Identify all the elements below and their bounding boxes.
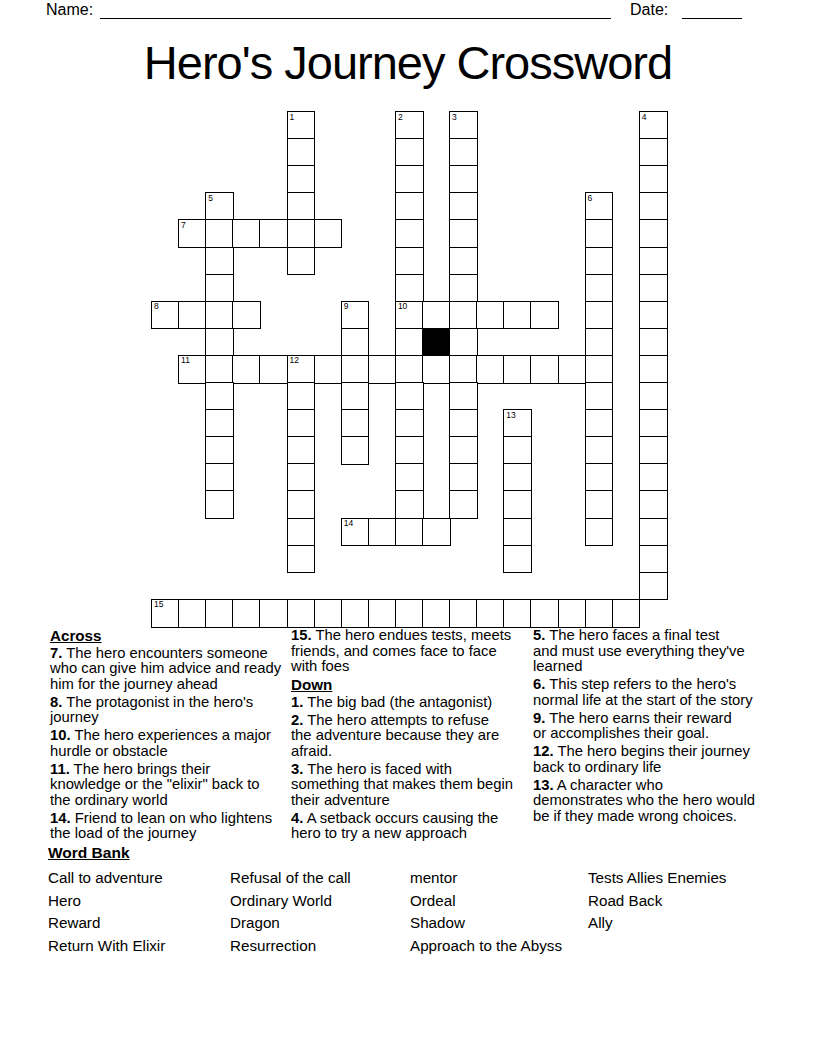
word-bank-item: Ordeal <box>410 890 562 913</box>
grid-cell[interactable] <box>449 490 478 519</box>
clue-number: 14. <box>50 810 71 826</box>
grid-cell[interactable] <box>585 382 614 411</box>
clue-down-13: 13. A character who demonstrates who the… <box>533 778 791 825</box>
clue-text: Friend to lean on who lightens the load … <box>50 810 272 842</box>
clue-across-8: 8. The protagonist in the hero's journey <box>50 695 298 726</box>
grid-cell[interactable] <box>259 219 288 248</box>
grid-cell[interactable] <box>287 138 316 167</box>
grid-cell[interactable] <box>585 436 614 465</box>
down-heading: Down <box>291 677 531 693</box>
grid-cell[interactable] <box>205 247 234 276</box>
grid-cell[interactable] <box>287 599 316 628</box>
across-heading: Across <box>50 628 298 644</box>
grid-cell[interactable] <box>449 463 478 492</box>
clue-number: 11. <box>50 761 70 777</box>
clue-down-2: 2. The hero attempts to refuse the adven… <box>291 713 531 760</box>
word-bank-item: Hero <box>48 890 165 913</box>
clues-column-2: 15. The hero endues tests, meets friends… <box>291 628 531 844</box>
grid-cell[interactable]: 1 <box>287 111 316 140</box>
grid-cell[interactable] <box>232 301 261 330</box>
grid-cell[interactable] <box>449 247 478 276</box>
grid-cell[interactable] <box>287 382 316 411</box>
word-bank-item: Shadow <box>410 912 562 935</box>
clue-text: The hero endues tests, meets friends, an… <box>291 627 511 674</box>
grid-cell[interactable] <box>287 165 316 194</box>
grid-cell[interactable] <box>205 463 234 492</box>
grid-cell[interactable] <box>639 409 668 438</box>
grid-cell[interactable] <box>395 355 424 384</box>
grid-cell[interactable] <box>639 436 668 465</box>
grid-cell[interactable] <box>178 599 207 628</box>
grid-cell[interactable] <box>639 355 668 384</box>
grid-cell[interactable]: 5 <box>205 192 234 221</box>
grid-cell[interactable] <box>639 518 668 547</box>
word-bank-heading: Word Bank <box>48 844 130 862</box>
grid-cell[interactable] <box>585 518 614 547</box>
grid-cell[interactable] <box>530 355 559 384</box>
grid-cell[interactable]: 15 <box>151 599 180 628</box>
grid-cell[interactable]: 8 <box>151 301 180 330</box>
grid-cell[interactable] <box>639 328 668 357</box>
grid-cell[interactable] <box>503 518 532 547</box>
grid-cell[interactable]: 10 <box>395 301 424 330</box>
grid-cell[interactable] <box>395 138 424 167</box>
grid-cell[interactable] <box>368 599 397 628</box>
grid-cell[interactable] <box>422 355 451 384</box>
clue-text: The hero attempts to refuse the adventur… <box>291 712 499 759</box>
cell-number: 1 <box>290 113 295 122</box>
grid-cell[interactable] <box>287 518 316 547</box>
grid-cell[interactable] <box>287 192 316 221</box>
grid-cell[interactable] <box>259 599 288 628</box>
grid-cell[interactable] <box>395 192 424 221</box>
clues-column-3: 5. The hero faces a final test and must … <box>533 628 791 827</box>
grid-cell[interactable] <box>395 165 424 194</box>
clue-number: 4. <box>291 810 303 826</box>
clue-across-10: 10. The hero experiences a major hurdle … <box>50 728 298 759</box>
grid-cell[interactable] <box>395 490 424 519</box>
clue-number: 3. <box>291 761 303 777</box>
word-bank-item: Return With Elixir <box>48 935 165 958</box>
clue-number: 8. <box>50 694 62 710</box>
grid-cell[interactable] <box>639 274 668 303</box>
black-cell <box>422 328 451 357</box>
cell-number: 12 <box>290 356 299 365</box>
grid-cell[interactable] <box>205 436 234 465</box>
word-bank-item: Call to adventure <box>48 867 165 890</box>
grid-cell[interactable] <box>639 192 668 221</box>
grid-cell[interactable]: 7 <box>178 219 207 248</box>
grid-cell[interactable] <box>449 436 478 465</box>
grid-cell[interactable] <box>503 463 532 492</box>
word-bank-item: Reward <box>48 912 165 935</box>
grid-cell[interactable] <box>558 599 587 628</box>
grid-cell[interactable] <box>314 599 343 628</box>
grid-cell[interactable] <box>395 274 424 303</box>
crossword-grid: 123456789101112131415 <box>151 111 668 628</box>
grid-cell[interactable] <box>585 490 614 519</box>
grid-cell[interactable] <box>422 301 451 330</box>
grid-cell[interactable] <box>287 247 316 276</box>
grid-cell[interactable]: 2 <box>395 111 424 140</box>
grid-cell[interactable] <box>205 355 234 384</box>
clue-number: 6. <box>533 676 545 692</box>
grid-cell[interactable] <box>287 409 316 438</box>
grid-cell[interactable] <box>205 274 234 303</box>
word-bank-item: Approach to the Abyss <box>410 935 562 958</box>
grid-cell[interactable] <box>639 490 668 519</box>
clue-number: 15. <box>291 627 312 643</box>
clue-down-12: 12. The hero begins their journey back t… <box>533 744 791 775</box>
grid-cell[interactable] <box>395 328 424 357</box>
grid-cell[interactable] <box>503 355 532 384</box>
grid-cell[interactable] <box>422 599 451 628</box>
clue-text: A character who demonstrates who the her… <box>533 777 755 824</box>
clue-down-6: 6. This step refers to the hero's normal… <box>533 677 791 708</box>
clue-text: The hero brings their knowledge or the "… <box>50 761 260 808</box>
grid-cell[interactable] <box>259 355 288 384</box>
cell-number: 14 <box>344 519 353 528</box>
grid-cell[interactable] <box>287 490 316 519</box>
grid-cell[interactable] <box>205 328 234 357</box>
grid-cell[interactable] <box>287 436 316 465</box>
grid-cell[interactable]: 13 <box>503 409 532 438</box>
word-bank-column: mentorOrdealShadowApproach to the Abyss <box>410 867 562 957</box>
name-blank-line[interactable] <box>100 0 611 19</box>
grid-cell[interactable] <box>612 599 641 628</box>
clue-number: 9. <box>533 710 545 726</box>
word-bank-item: Refusal of the call <box>230 867 351 890</box>
word-bank-column: Tests Allies EnemiesRoad BackAlly <box>588 867 726 935</box>
grid-cell[interactable] <box>395 518 424 547</box>
grid-cell[interactable] <box>341 436 370 465</box>
cell-number: 5 <box>208 194 213 203</box>
grid-cell[interactable] <box>585 463 614 492</box>
clue-down-4: 4. A setback occurs causing the hero to … <box>291 811 531 842</box>
grid-cell[interactable] <box>639 382 668 411</box>
grid-cell[interactable] <box>639 165 668 194</box>
grid-cell[interactable] <box>395 409 424 438</box>
word-bank-column: Refusal of the callOrdinary WorldDragonR… <box>230 867 351 957</box>
grid-cell[interactable] <box>558 355 587 384</box>
grid-cell[interactable] <box>639 463 668 492</box>
grid-cell[interactable] <box>530 301 559 330</box>
grid-cell[interactable] <box>232 219 261 248</box>
grid-cell[interactable] <box>476 599 505 628</box>
grid-cell[interactable] <box>639 545 668 574</box>
grid-cell[interactable] <box>503 301 532 330</box>
grid-cell[interactable] <box>449 355 478 384</box>
grid-cell[interactable] <box>232 355 261 384</box>
cell-number: 7 <box>181 221 186 230</box>
clues-column-1: Across7. The hero encounters someone who… <box>50 628 298 844</box>
grid-cell[interactable] <box>449 409 478 438</box>
word-bank-column: Call to adventureHeroRewardReturn With E… <box>48 867 165 957</box>
clue-number: 5. <box>533 627 545 643</box>
grid-cell[interactable] <box>503 436 532 465</box>
grid-cell[interactable] <box>449 274 478 303</box>
clue-down-5: 5. The hero faces a final test and must … <box>533 628 791 675</box>
grid-cell[interactable] <box>422 518 451 547</box>
grid-cell[interactable] <box>341 599 370 628</box>
clue-number: 2. <box>291 712 303 728</box>
clue-down-3: 3. The hero is faced with something that… <box>291 762 531 809</box>
grid-cell[interactable] <box>395 382 424 411</box>
clue-across-11: 11. The hero brings their knowledge or t… <box>50 762 298 809</box>
grid-cell[interactable] <box>341 382 370 411</box>
grid-cell[interactable] <box>449 165 478 194</box>
grid-cell[interactable] <box>639 572 668 601</box>
grid-cell[interactable] <box>232 599 261 628</box>
grid-cell[interactable]: 14 <box>341 518 370 547</box>
grid-cell[interactable] <box>205 409 234 438</box>
clue-across-14: 14. Friend to lean on who lightens the l… <box>50 811 298 842</box>
grid-cell[interactable] <box>287 545 316 574</box>
grid-cell[interactable] <box>449 599 478 628</box>
clue-number: 12. <box>533 743 554 759</box>
word-bank-item: Resurrection <box>230 935 351 958</box>
grid-cell[interactable] <box>314 219 343 248</box>
word-bank-item: Road Back <box>588 890 726 913</box>
word-bank-item: Dragon <box>230 912 351 935</box>
grid-cell[interactable] <box>449 382 478 411</box>
grid-cell[interactable] <box>585 355 614 384</box>
grid-cell[interactable]: 6 <box>585 192 614 221</box>
grid-cell[interactable] <box>395 219 424 248</box>
grid-cell[interactable] <box>205 599 234 628</box>
word-bank-item: Tests Allies Enemies <box>588 867 726 890</box>
grid-cell[interactable] <box>341 328 370 357</box>
word-bank-item: Ally <box>588 912 726 935</box>
grid-cell[interactable] <box>585 274 614 303</box>
grid-cell[interactable] <box>585 247 614 276</box>
word-bank-item: mentor <box>410 867 562 890</box>
grid-cell[interactable] <box>503 545 532 574</box>
clue-down-1: 1. The big bad (the antagonist) <box>291 695 531 711</box>
clue-text: The protagonist in the hero's journey <box>50 694 253 726</box>
cell-number: 6 <box>588 194 593 203</box>
clue-text: This step refers to the hero's normal li… <box>533 676 753 708</box>
grid-cell[interactable]: 12 <box>287 355 316 384</box>
worksheet-page: Name: Date: Hero's Journey Crossword 123… <box>0 0 816 1056</box>
grid-cell[interactable] <box>503 490 532 519</box>
clue-text: The hero encounters someone who can give… <box>50 645 281 692</box>
clue-across-7: 7. The hero encounters someone who can g… <box>50 646 298 693</box>
grid-cell[interactable] <box>449 301 478 330</box>
grid-cell[interactable] <box>395 436 424 465</box>
grid-cell[interactable] <box>585 301 614 330</box>
grid-cell[interactable] <box>503 599 532 628</box>
grid-cell[interactable] <box>368 518 397 547</box>
grid-cell[interactable]: 4 <box>639 111 668 140</box>
grid-cell[interactable] <box>449 328 478 357</box>
cell-number: 3 <box>452 113 457 122</box>
grid-cell[interactable] <box>368 355 397 384</box>
clue-number: 7. <box>50 645 62 661</box>
clue-text: A setback occurs causing the hero to try… <box>291 810 498 842</box>
grid-cell[interactable]: 3 <box>449 111 478 140</box>
cell-number: 13 <box>506 411 515 420</box>
grid-cell[interactable] <box>287 463 316 492</box>
grid-cell[interactable] <box>449 192 478 221</box>
word-bank-item: Ordinary World <box>230 890 351 913</box>
clue-text: The hero begins their journey back to or… <box>533 743 750 775</box>
cell-number: 8 <box>154 302 159 311</box>
cell-number: 15 <box>154 600 163 609</box>
cell-number: 10 <box>398 302 407 311</box>
date-blank-line[interactable] <box>682 0 742 19</box>
cell-number: 9 <box>344 302 349 311</box>
grid-cell[interactable] <box>205 382 234 411</box>
clue-text: The big bad (the antagonist) <box>303 694 492 710</box>
grid-cell[interactable] <box>205 490 234 519</box>
clue-text: The hero faces a final test and must use… <box>533 627 745 674</box>
cell-number: 2 <box>398 113 403 122</box>
grid-cell[interactable] <box>639 301 668 330</box>
grid-cell[interactable] <box>585 328 614 357</box>
clue-text: The hero is faced with something that ma… <box>291 761 513 808</box>
clue-text: The hero experiences a major hurdle or o… <box>50 727 271 759</box>
grid-cell[interactable] <box>205 301 234 330</box>
grid-cell[interactable] <box>314 355 343 384</box>
clue-number: 1. <box>291 694 303 710</box>
grid-cell[interactable]: 11 <box>178 355 207 384</box>
grid-cell[interactable] <box>530 599 559 628</box>
grid-cell[interactable] <box>205 219 234 248</box>
grid-cell[interactable] <box>585 599 614 628</box>
cell-number: 11 <box>181 356 190 365</box>
clue-number: 10. <box>50 727 71 743</box>
grid-cell[interactable] <box>585 409 614 438</box>
grid-cell[interactable] <box>178 301 207 330</box>
grid-cell[interactable] <box>449 219 478 248</box>
grid-cell[interactable] <box>639 138 668 167</box>
grid-cell[interactable] <box>395 247 424 276</box>
grid-cell[interactable] <box>476 301 505 330</box>
clue-number: 13. <box>533 777 554 793</box>
word-bank-columns: Call to adventureHeroRewardReturn With E… <box>48 867 788 962</box>
clue-down-9: 9. The hero earns their reward or accomp… <box>533 711 791 742</box>
cell-number: 4 <box>642 113 647 122</box>
grid-cell[interactable] <box>287 219 316 248</box>
puzzle-title: Hero's Journey Crossword <box>0 36 816 90</box>
grid-cell[interactable] <box>449 138 478 167</box>
grid-cell[interactable] <box>395 463 424 492</box>
grid-cell[interactable] <box>395 599 424 628</box>
grid-cell[interactable]: 9 <box>341 301 370 330</box>
date-label: Date: <box>630 1 668 19</box>
grid-cell[interactable] <box>341 409 370 438</box>
name-label: Name: <box>46 1 93 19</box>
grid-cell[interactable] <box>476 355 505 384</box>
grid-cell[interactable] <box>639 219 668 248</box>
grid-cell[interactable] <box>341 355 370 384</box>
clue-across-15: 15. The hero endues tests, meets friends… <box>291 628 531 675</box>
clue-text: The hero earns their reward or accomplis… <box>533 710 732 742</box>
grid-cell[interactable] <box>585 219 614 248</box>
grid-cell[interactable] <box>639 247 668 276</box>
